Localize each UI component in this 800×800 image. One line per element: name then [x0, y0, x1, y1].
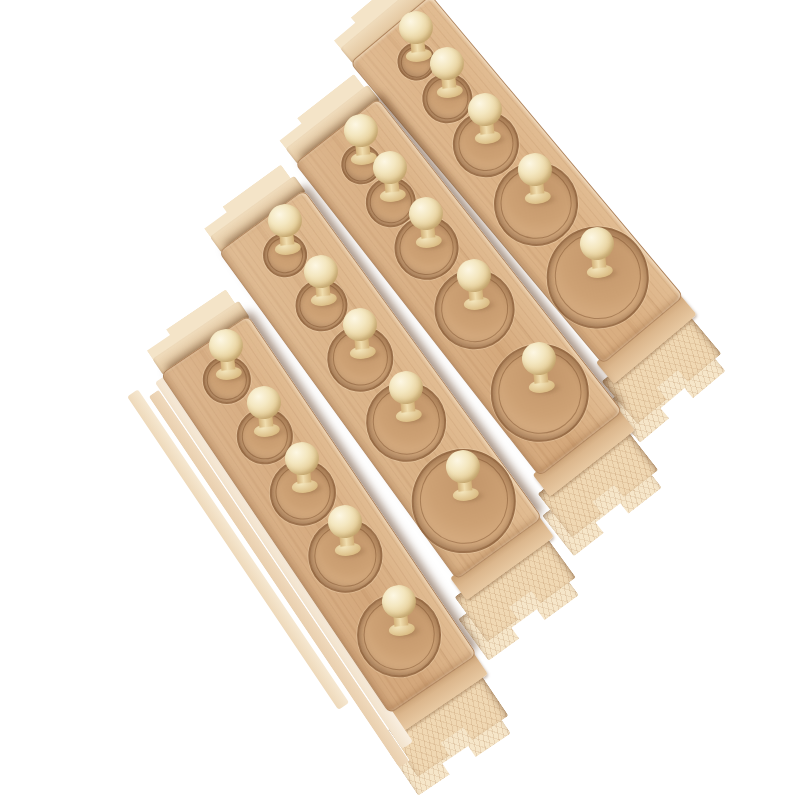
knob-b3-c4[interactable] [385, 369, 428, 427]
knob-b1-c5[interactable] [576, 225, 619, 283]
knob-head [208, 328, 245, 364]
knob-head [284, 440, 321, 476]
knob-b4-c1[interactable] [206, 327, 249, 385]
knob-b1-c3[interactable] [464, 92, 507, 150]
knob-head [371, 150, 408, 186]
knob-b3-c3[interactable] [339, 306, 382, 364]
knob-head [341, 306, 378, 342]
knob-head [520, 340, 557, 376]
product-photo-stage [0, 0, 800, 800]
knob-head [455, 257, 492, 293]
knob-head [266, 203, 303, 239]
knob-head [326, 503, 363, 539]
knob-head [387, 369, 424, 405]
knob-b2-c5[interactable] [518, 340, 561, 398]
knob-b2-c3[interactable] [405, 195, 448, 253]
knob-head [397, 9, 434, 45]
knob-b3-c1[interactable] [264, 203, 307, 261]
knob-b4-c4[interactable] [324, 503, 367, 561]
knob-b1-c4[interactable] [515, 151, 558, 209]
knob-head [246, 384, 283, 420]
knob-head [517, 151, 554, 187]
knob-head [466, 92, 503, 128]
knob-head [428, 46, 465, 82]
knob-b4-c3[interactable] [282, 440, 325, 498]
knob-head [407, 195, 444, 231]
knob-b2-c4[interactable] [453, 257, 496, 315]
knob-head [380, 583, 417, 619]
knob-b3-c2[interactable] [300, 253, 343, 311]
knob-b1-c2[interactable] [426, 46, 469, 104]
knob-head [342, 112, 379, 148]
knob-head [302, 253, 339, 289]
knob-b3-c5[interactable] [442, 448, 485, 506]
knob-b4-c5[interactable] [378, 583, 421, 641]
knob-head [578, 225, 615, 261]
knob-head [444, 449, 481, 485]
knob-b4-c2[interactable] [244, 384, 287, 442]
